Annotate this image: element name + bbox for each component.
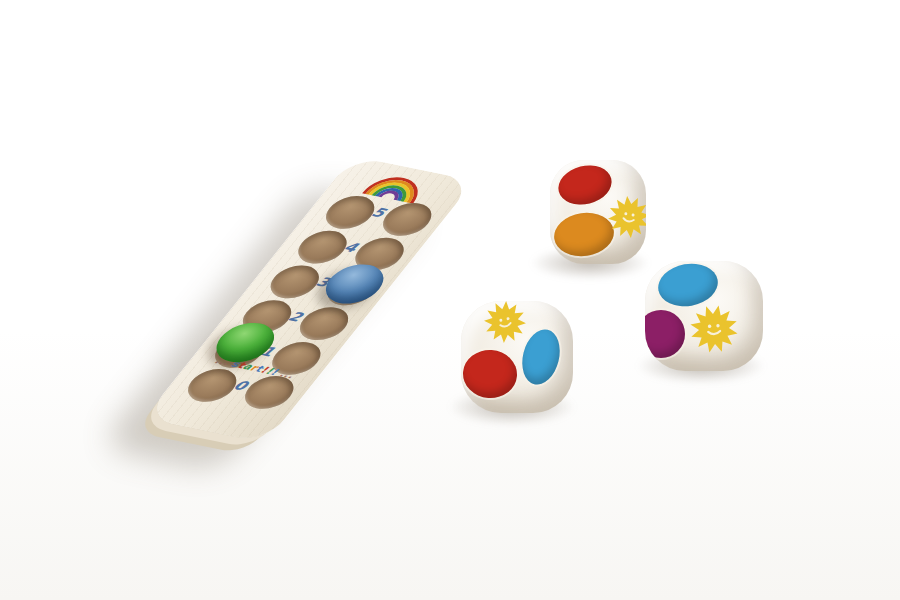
die-2-blue-circle-face (655, 261, 721, 311)
die-3[interactable] (461, 301, 573, 413)
die-1[interactable] (550, 160, 646, 264)
die-2-sun-icon (688, 303, 739, 354)
die-1-red-circle-face (554, 160, 616, 210)
die-2-purple-circle-face (645, 310, 685, 358)
scene: 5 4 3 2 1 0 ... start!!! ... (0, 0, 900, 600)
die-1-sun-icon (605, 193, 646, 242)
die-3-red-circle-face (461, 348, 518, 400)
die-2[interactable] (645, 261, 763, 371)
die-3-sun-icon (477, 301, 533, 348)
game-board: 5 4 3 2 1 0 ... start!!! ... (144, 156, 475, 443)
